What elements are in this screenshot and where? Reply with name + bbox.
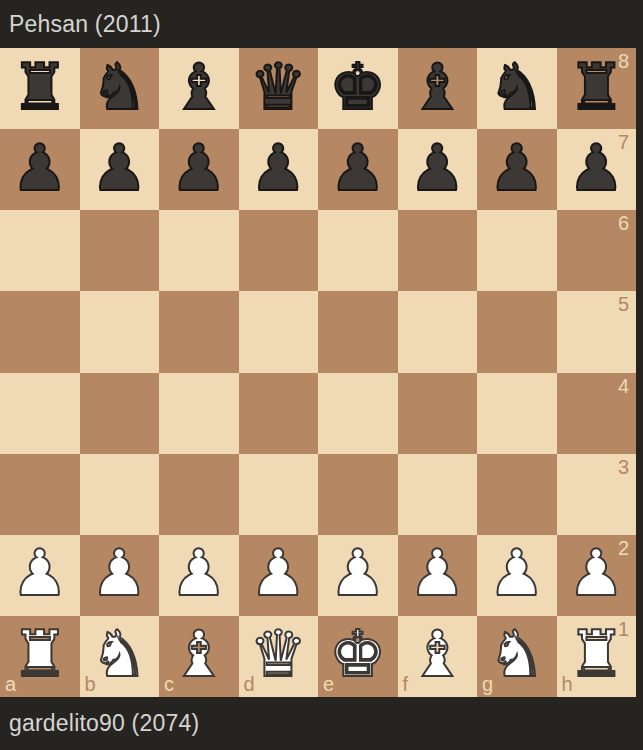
top-player-name[interactable]: Pehsan (2011) [9, 11, 161, 38]
square-d4[interactable] [239, 373, 319, 454]
piece-white-bishop[interactable]: ♝ [170, 622, 227, 686]
piece-black-pawn[interactable]: ♟ [11, 136, 68, 200]
piece-white-knight[interactable]: ♞ [488, 622, 545, 686]
piece-black-pawn[interactable]: ♟ [409, 136, 466, 200]
square-f8[interactable]: ♝ [398, 48, 478, 129]
square-e4[interactable] [318, 373, 398, 454]
piece-black-pawn[interactable]: ♟ [568, 136, 625, 200]
piece-black-rook[interactable]: ♜ [11, 55, 68, 119]
piece-white-pawn[interactable]: ♟ [170, 541, 227, 605]
piece-black-pawn[interactable]: ♟ [170, 136, 227, 200]
top-player-bar: Pehsan (2011) [0, 0, 643, 48]
square-g2[interactable]: ♟ [477, 535, 557, 616]
square-g4[interactable] [477, 373, 557, 454]
square-f1[interactable]: ♝f [398, 616, 478, 697]
piece-white-pawn[interactable]: ♟ [11, 541, 68, 605]
square-h2[interactable]: ♟2 [557, 535, 637, 616]
square-c2[interactable]: ♟ [159, 535, 239, 616]
square-a8[interactable]: ♜ [0, 48, 80, 129]
piece-white-rook[interactable]: ♜ [11, 622, 68, 686]
square-b8[interactable]: ♞ [80, 48, 160, 129]
piece-black-rook[interactable]: ♜ [568, 55, 625, 119]
square-a7[interactable]: ♟ [0, 129, 80, 210]
piece-white-pawn[interactable]: ♟ [409, 541, 466, 605]
square-f3[interactable] [398, 454, 478, 535]
piece-white-rook[interactable]: ♜ [568, 622, 625, 686]
piece-white-pawn[interactable]: ♟ [488, 541, 545, 605]
square-b4[interactable] [80, 373, 160, 454]
square-c1[interactable]: ♝c [159, 616, 239, 697]
piece-white-knight[interactable]: ♞ [91, 622, 148, 686]
board-wrap: ♜♞♝♛♚♝♞♜8♟♟♟♟♟♟♟♟76543♟♟♟♟♟♟♟♟2♜a♞b♝c♛d♚… [0, 48, 636, 697]
piece-black-knight[interactable]: ♞ [488, 55, 545, 119]
square-e2[interactable]: ♟ [318, 535, 398, 616]
bottom-player-name[interactable]: gardelito90 (2074) [9, 710, 199, 737]
chess-app: Pehsan (2011) ♜♞♝♛♚♝♞♜8♟♟♟♟♟♟♟♟76543♟♟♟♟… [0, 0, 643, 750]
square-h8[interactable]: ♜8 [557, 48, 637, 129]
square-e8[interactable]: ♚ [318, 48, 398, 129]
square-f6[interactable] [398, 210, 478, 291]
piece-black-pawn[interactable]: ♟ [91, 136, 148, 200]
square-c5[interactable] [159, 291, 239, 372]
square-g8[interactable]: ♞ [477, 48, 557, 129]
square-e7[interactable]: ♟ [318, 129, 398, 210]
coord-file-f: f [403, 674, 409, 694]
coord-rank-5: 5 [618, 294, 629, 314]
square-a6[interactable] [0, 210, 80, 291]
coord-rank-3: 3 [618, 457, 629, 477]
square-b6[interactable] [80, 210, 160, 291]
piece-white-pawn[interactable]: ♟ [91, 541, 148, 605]
piece-black-bishop[interactable]: ♝ [170, 55, 227, 119]
piece-black-pawn[interactable]: ♟ [329, 136, 386, 200]
piece-black-queen[interactable]: ♛ [250, 55, 307, 119]
square-a4[interactable] [0, 373, 80, 454]
square-a3[interactable] [0, 454, 80, 535]
piece-black-bishop[interactable]: ♝ [409, 55, 466, 119]
square-c4[interactable] [159, 373, 239, 454]
square-b1[interactable]: ♞b [80, 616, 160, 697]
square-b5[interactable] [80, 291, 160, 372]
square-b2[interactable]: ♟ [80, 535, 160, 616]
square-e3[interactable] [318, 454, 398, 535]
square-e6[interactable] [318, 210, 398, 291]
square-c6[interactable] [159, 210, 239, 291]
piece-white-pawn[interactable]: ♟ [329, 541, 386, 605]
piece-black-pawn[interactable]: ♟ [488, 136, 545, 200]
square-b3[interactable] [80, 454, 160, 535]
square-d1[interactable]: ♛d [239, 616, 319, 697]
square-h5[interactable]: 5 [557, 291, 637, 372]
piece-black-pawn[interactable]: ♟ [250, 136, 307, 200]
square-g7[interactable]: ♟ [477, 129, 557, 210]
square-a2[interactable]: ♟ [0, 535, 80, 616]
square-d5[interactable] [239, 291, 319, 372]
square-f7[interactable]: ♟ [398, 129, 478, 210]
square-a5[interactable] [0, 291, 80, 372]
square-d6[interactable] [239, 210, 319, 291]
square-c8[interactable]: ♝ [159, 48, 239, 129]
piece-white-queen[interactable]: ♛ [250, 622, 307, 686]
square-a1[interactable]: ♜a [0, 616, 80, 697]
square-h1[interactable]: ♜1h [557, 616, 637, 697]
square-g6[interactable] [477, 210, 557, 291]
piece-black-king[interactable]: ♚ [329, 55, 386, 119]
square-c7[interactable]: ♟ [159, 129, 239, 210]
square-g5[interactable] [477, 291, 557, 372]
square-d7[interactable]: ♟ [239, 129, 319, 210]
square-h6[interactable]: 6 [557, 210, 637, 291]
piece-white-pawn[interactable]: ♟ [568, 541, 625, 605]
square-h7[interactable]: ♟7 [557, 129, 637, 210]
piece-white-king[interactable]: ♚ [329, 622, 386, 686]
square-d8[interactable]: ♛ [239, 48, 319, 129]
piece-white-bishop[interactable]: ♝ [409, 622, 466, 686]
piece-black-knight[interactable]: ♞ [91, 55, 148, 119]
square-f4[interactable] [398, 373, 478, 454]
bottom-player-bar: gardelito90 (2074) [0, 697, 643, 750]
square-f2[interactable]: ♟ [398, 535, 478, 616]
square-c3[interactable] [159, 454, 239, 535]
coord-rank-4: 4 [618, 376, 629, 396]
square-h4[interactable]: 4 [557, 373, 637, 454]
coord-rank-6: 6 [618, 213, 629, 233]
square-g3[interactable] [477, 454, 557, 535]
square-g1[interactable]: ♞g [477, 616, 557, 697]
square-e5[interactable] [318, 291, 398, 372]
square-b7[interactable]: ♟ [80, 129, 160, 210]
square-f5[interactable] [398, 291, 478, 372]
piece-white-pawn[interactable]: ♟ [250, 541, 307, 605]
square-h3[interactable]: 3 [557, 454, 637, 535]
square-e1[interactable]: ♚e [318, 616, 398, 697]
chess-board[interactable]: ♜♞♝♛♚♝♞♜8♟♟♟♟♟♟♟♟76543♟♟♟♟♟♟♟♟2♜a♞b♝c♛d♚… [0, 48, 636, 697]
square-d2[interactable]: ♟ [239, 535, 319, 616]
square-d3[interactable] [239, 454, 319, 535]
